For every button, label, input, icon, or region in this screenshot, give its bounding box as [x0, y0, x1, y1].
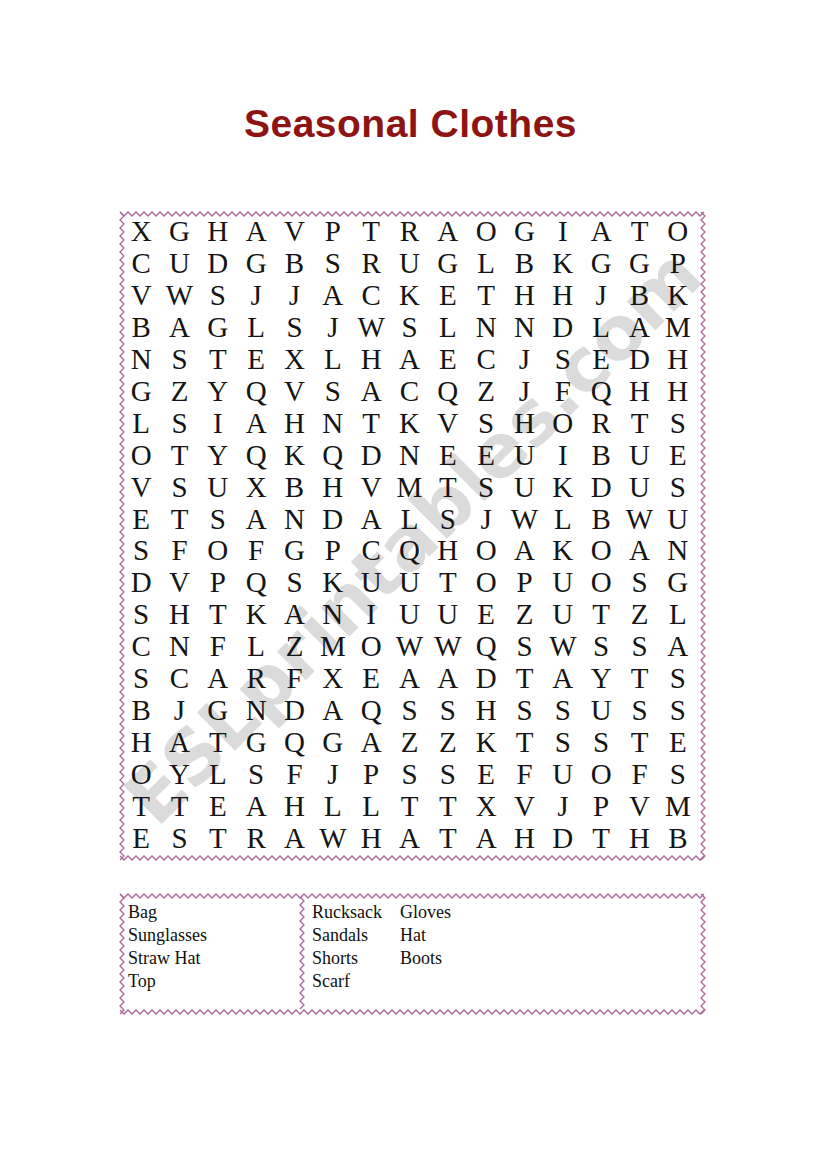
grid-cell[interactable]: B: [582, 439, 620, 471]
grid-cell[interactable]: B: [122, 694, 160, 726]
grid-cell[interactable]: K: [314, 567, 352, 599]
grid-cell[interactable]: J: [467, 503, 505, 535]
grid-cell[interactable]: T: [160, 790, 198, 822]
grid-cell[interactable]: J: [314, 758, 352, 790]
grid-cell[interactable]: M: [314, 631, 352, 663]
grid-cell[interactable]: G: [199, 312, 237, 344]
grid-cell[interactable]: J: [160, 694, 198, 726]
grid-cell[interactable]: S: [199, 503, 237, 535]
grid-cell[interactable]: S: [659, 471, 697, 503]
grid-cell[interactable]: A: [582, 216, 620, 248]
grid-cell[interactable]: S: [429, 694, 467, 726]
grid-cell[interactable]: L: [390, 503, 428, 535]
grid-cell[interactable]: A: [429, 663, 467, 695]
grid-cell[interactable]: O: [352, 631, 390, 663]
grid-cell[interactable]: C: [352, 280, 390, 312]
grid-cell[interactable]: S: [275, 567, 313, 599]
grid-cell[interactable]: S: [582, 631, 620, 663]
grid-cell[interactable]: G: [620, 248, 658, 280]
grid-cell[interactable]: Q: [582, 375, 620, 407]
grid-cell[interactable]: S: [582, 726, 620, 758]
grid-cell[interactable]: R: [237, 663, 275, 695]
grid-cell[interactable]: H: [659, 375, 697, 407]
grid-cell[interactable]: S: [659, 694, 697, 726]
grid-cell[interactable]: S: [620, 631, 658, 663]
grid-cell[interactable]: A: [237, 503, 275, 535]
grid-cell[interactable]: A: [390, 344, 428, 376]
grid-cell[interactable]: M: [390, 471, 428, 503]
grid-cell[interactable]: P: [505, 567, 543, 599]
grid-cell[interactable]: L: [467, 248, 505, 280]
grid-cell[interactable]: V: [275, 216, 313, 248]
grid-cell[interactable]: O: [467, 567, 505, 599]
grid-cell[interactable]: S: [122, 663, 160, 695]
grid-cell[interactable]: Q: [314, 439, 352, 471]
grid-cell[interactable]: U: [390, 599, 428, 631]
grid-cell[interactable]: G: [429, 248, 467, 280]
grid-cell[interactable]: G: [237, 248, 275, 280]
grid-cell[interactable]: U: [620, 471, 658, 503]
grid-cell[interactable]: N: [467, 312, 505, 344]
grid-cell[interactable]: Y: [582, 663, 620, 695]
grid-cell[interactable]: H: [544, 280, 582, 312]
grid-cell[interactable]: H: [429, 535, 467, 567]
grid-cell[interactable]: A: [314, 280, 352, 312]
grid-cell[interactable]: S: [390, 312, 428, 344]
grid-cell[interactable]: F: [505, 758, 543, 790]
grid-cell[interactable]: U: [505, 439, 543, 471]
grid-cell[interactable]: S: [122, 535, 160, 567]
grid-cell[interactable]: H: [505, 822, 543, 854]
grid-cell[interactable]: I: [544, 216, 582, 248]
grid-cell[interactable]: Z: [429, 726, 467, 758]
grid-cell[interactable]: H: [620, 822, 658, 854]
grid-cell[interactable]: Z: [505, 599, 543, 631]
grid-cell[interactable]: Y: [199, 439, 237, 471]
grid-cell[interactable]: U: [659, 503, 697, 535]
grid-cell[interactable]: A: [275, 822, 313, 854]
grid-cell[interactable]: H: [122, 726, 160, 758]
grid-cell[interactable]: A: [237, 407, 275, 439]
grid-cell[interactable]: E: [429, 439, 467, 471]
grid-cell[interactable]: V: [122, 471, 160, 503]
grid-cell[interactable]: W: [429, 631, 467, 663]
grid-cell[interactable]: U: [544, 758, 582, 790]
grid-cell[interactable]: W: [390, 631, 428, 663]
grid-cell[interactable]: T: [160, 503, 198, 535]
grid-cell[interactable]: K: [467, 726, 505, 758]
grid-cell[interactable]: D: [620, 344, 658, 376]
grid-cell[interactable]: O: [582, 758, 620, 790]
grid-cell[interactable]: N: [505, 312, 543, 344]
grid-cell[interactable]: T: [199, 822, 237, 854]
grid-cell[interactable]: T: [620, 407, 658, 439]
grid-cell[interactable]: A: [237, 216, 275, 248]
grid-cell[interactable]: U: [390, 567, 428, 599]
grid-cell[interactable]: F: [275, 663, 313, 695]
grid-cell[interactable]: H: [352, 344, 390, 376]
grid-cell[interactable]: E: [237, 344, 275, 376]
grid-cell[interactable]: R: [352, 248, 390, 280]
grid-cell[interactable]: O: [544, 407, 582, 439]
grid-cell[interactable]: W: [620, 503, 658, 535]
grid-cell[interactable]: H: [275, 790, 313, 822]
grid-cell[interactable]: E: [122, 822, 160, 854]
grid-cell[interactable]: B: [122, 312, 160, 344]
grid-cell[interactable]: E: [467, 599, 505, 631]
grid-cell[interactable]: A: [429, 216, 467, 248]
grid-cell[interactable]: O: [467, 216, 505, 248]
grid-cell[interactable]: S: [659, 758, 697, 790]
grid-cell[interactable]: S: [467, 407, 505, 439]
grid-cell[interactable]: Z: [275, 631, 313, 663]
grid-cell[interactable]: V: [352, 471, 390, 503]
grid-cell[interactable]: O: [582, 535, 620, 567]
grid-cell[interactable]: K: [390, 407, 428, 439]
grid-cell[interactable]: G: [505, 216, 543, 248]
grid-cell[interactable]: A: [352, 726, 390, 758]
grid-cell[interactable]: P: [314, 216, 352, 248]
grid-cell[interactable]: N: [659, 535, 697, 567]
grid-cell[interactable]: T: [505, 726, 543, 758]
grid-cell[interactable]: A: [390, 663, 428, 695]
grid-cell[interactable]: S: [160, 822, 198, 854]
grid-cell[interactable]: S: [544, 344, 582, 376]
grid-cell[interactable]: Q: [429, 375, 467, 407]
grid-cell[interactable]: N: [122, 344, 160, 376]
grid-cell[interactable]: T: [390, 790, 428, 822]
grid-cell[interactable]: A: [467, 822, 505, 854]
grid-cell[interactable]: L: [314, 790, 352, 822]
grid-cell[interactable]: L: [199, 758, 237, 790]
grid-cell[interactable]: Q: [237, 439, 275, 471]
grid-cell[interactable]: Z: [467, 375, 505, 407]
grid-cell[interactable]: C: [390, 375, 428, 407]
grid-cell[interactable]: L: [352, 790, 390, 822]
grid-cell[interactable]: T: [467, 280, 505, 312]
grid-cell[interactable]: K: [544, 248, 582, 280]
grid-cell[interactable]: V: [275, 375, 313, 407]
grid-cell[interactable]: W: [505, 503, 543, 535]
grid-cell[interactable]: A: [505, 535, 543, 567]
grid-cell[interactable]: T: [199, 599, 237, 631]
grid-cell[interactable]: R: [582, 407, 620, 439]
grid-cell[interactable]: N: [160, 631, 198, 663]
grid-cell[interactable]: D: [314, 503, 352, 535]
grid-cell[interactable]: D: [122, 567, 160, 599]
grid-cell[interactable]: K: [659, 280, 697, 312]
grid-cell[interactable]: B: [582, 503, 620, 535]
grid-cell[interactable]: Y: [160, 758, 198, 790]
grid-cell[interactable]: E: [429, 344, 467, 376]
grid-cell[interactable]: O: [122, 758, 160, 790]
grid-cell[interactable]: E: [659, 726, 697, 758]
grid-cell[interactable]: I: [352, 599, 390, 631]
grid-cell[interactable]: J: [505, 375, 543, 407]
grid-cell[interactable]: S: [429, 758, 467, 790]
grid-cell[interactable]: T: [429, 567, 467, 599]
grid-cell[interactable]: T: [582, 822, 620, 854]
grid-cell[interactable]: S: [390, 758, 428, 790]
grid-cell[interactable]: J: [505, 344, 543, 376]
grid-cell[interactable]: F: [275, 758, 313, 790]
grid-cell[interactable]: G: [582, 248, 620, 280]
grid-cell[interactable]: H: [659, 344, 697, 376]
grid-cell[interactable]: N: [390, 439, 428, 471]
grid-cell[interactable]: E: [352, 663, 390, 695]
grid-cell[interactable]: F: [160, 535, 198, 567]
grid-cell[interactable]: X: [237, 471, 275, 503]
grid-cell[interactable]: F: [620, 758, 658, 790]
grid-cell[interactable]: T: [620, 663, 658, 695]
grid-cell[interactable]: F: [544, 375, 582, 407]
grid-cell[interactable]: M: [659, 312, 697, 344]
grid-cell[interactable]: T: [620, 726, 658, 758]
grid-cell[interactable]: J: [314, 312, 352, 344]
grid-cell[interactable]: T: [199, 344, 237, 376]
grid-cell[interactable]: K: [390, 280, 428, 312]
grid-cell[interactable]: A: [314, 694, 352, 726]
grid-cell[interactable]: S: [160, 344, 198, 376]
grid-cell[interactable]: A: [160, 312, 198, 344]
grid-cell[interactable]: G: [314, 726, 352, 758]
grid-cell[interactable]: U: [544, 567, 582, 599]
grid-cell[interactable]: A: [275, 599, 313, 631]
grid-cell[interactable]: X: [314, 663, 352, 695]
grid-cell[interactable]: Z: [160, 375, 198, 407]
grid-cell[interactable]: L: [544, 503, 582, 535]
grid-cell[interactable]: N: [314, 407, 352, 439]
grid-cell[interactable]: E: [467, 758, 505, 790]
grid-cell[interactable]: K: [544, 471, 582, 503]
grid-cell[interactable]: V: [505, 790, 543, 822]
grid-cell[interactable]: F: [199, 631, 237, 663]
grid-cell[interactable]: S: [160, 407, 198, 439]
grid-cell[interactable]: W: [160, 280, 198, 312]
grid-cell[interactable]: K: [544, 535, 582, 567]
grid-cell[interactable]: U: [429, 599, 467, 631]
grid-cell[interactable]: G: [122, 375, 160, 407]
grid-cell[interactable]: G: [160, 216, 198, 248]
grid-cell[interactable]: S: [620, 694, 658, 726]
grid-cell[interactable]: A: [352, 503, 390, 535]
grid-cell[interactable]: P: [659, 248, 697, 280]
grid-cell[interactable]: F: [237, 535, 275, 567]
grid-cell[interactable]: S: [390, 694, 428, 726]
grid-cell[interactable]: U: [352, 567, 390, 599]
grid-cell[interactable]: A: [659, 631, 697, 663]
grid-cell[interactable]: D: [544, 822, 582, 854]
grid-cell[interactable]: E: [199, 790, 237, 822]
grid-cell[interactable]: C: [467, 344, 505, 376]
grid-cell[interactable]: G: [659, 567, 697, 599]
grid-cell[interactable]: G: [237, 726, 275, 758]
grid-cell[interactable]: D: [582, 471, 620, 503]
grid-cell[interactable]: D: [275, 694, 313, 726]
grid-cell[interactable]: U: [199, 471, 237, 503]
grid-cell[interactable]: T: [352, 216, 390, 248]
grid-cell[interactable]: Q: [390, 535, 428, 567]
grid-cell[interactable]: J: [582, 280, 620, 312]
grid-cell[interactable]: B: [505, 248, 543, 280]
grid-cell[interactable]: P: [352, 758, 390, 790]
grid-cell[interactable]: B: [275, 471, 313, 503]
grid-cell[interactable]: O: [582, 567, 620, 599]
grid-cell[interactable]: A: [620, 312, 658, 344]
grid-cell[interactable]: C: [160, 663, 198, 695]
grid-cell[interactable]: E: [429, 280, 467, 312]
grid-cell[interactable]: V: [429, 407, 467, 439]
grid-cell[interactable]: V: [122, 280, 160, 312]
grid-cell[interactable]: D: [199, 248, 237, 280]
grid-cell[interactable]: T: [505, 663, 543, 695]
grid-cell[interactable]: G: [199, 694, 237, 726]
grid-cell[interactable]: O: [199, 535, 237, 567]
grid-cell[interactable]: T: [582, 599, 620, 631]
grid-cell[interactable]: H: [620, 375, 658, 407]
grid-cell[interactable]: C: [352, 535, 390, 567]
grid-cell[interactable]: L: [429, 312, 467, 344]
grid-cell[interactable]: A: [390, 822, 428, 854]
grid-cell[interactable]: Q: [467, 631, 505, 663]
grid-cell[interactable]: S: [659, 663, 697, 695]
grid-cell[interactable]: D: [352, 439, 390, 471]
grid-cell[interactable]: L: [582, 312, 620, 344]
grid-cell[interactable]: H: [467, 694, 505, 726]
grid-cell[interactable]: J: [544, 790, 582, 822]
grid-cell[interactable]: T: [429, 471, 467, 503]
grid-cell[interactable]: U: [544, 599, 582, 631]
grid-cell[interactable]: Q: [275, 726, 313, 758]
grid-cell[interactable]: U: [390, 248, 428, 280]
grid-cell[interactable]: H: [505, 407, 543, 439]
grid-cell[interactable]: H: [505, 280, 543, 312]
grid-cell[interactable]: H: [199, 216, 237, 248]
grid-cell[interactable]: H: [352, 822, 390, 854]
grid-cell[interactable]: E: [122, 503, 160, 535]
grid-cell[interactable]: S: [659, 407, 697, 439]
grid-cell[interactable]: S: [275, 312, 313, 344]
grid-cell[interactable]: I: [544, 439, 582, 471]
grid-cell[interactable]: A: [544, 663, 582, 695]
grid-cell[interactable]: H: [314, 471, 352, 503]
grid-cell[interactable]: C: [122, 248, 160, 280]
grid-cell[interactable]: Z: [390, 726, 428, 758]
grid-cell[interactable]: P: [314, 535, 352, 567]
grid-cell[interactable]: S: [467, 471, 505, 503]
grid-cell[interactable]: U: [160, 248, 198, 280]
grid-cell[interactable]: L: [314, 344, 352, 376]
grid-cell[interactable]: A: [352, 375, 390, 407]
grid-cell[interactable]: S: [237, 758, 275, 790]
grid-cell[interactable]: U: [582, 694, 620, 726]
grid-cell[interactable]: Y: [199, 375, 237, 407]
grid-cell[interactable]: A: [620, 535, 658, 567]
grid-cell[interactable]: E: [659, 439, 697, 471]
grid-cell[interactable]: S: [544, 726, 582, 758]
grid-cell[interactable]: W: [352, 312, 390, 344]
grid-cell[interactable]: O: [122, 439, 160, 471]
grid-cell[interactable]: X: [275, 344, 313, 376]
grid-cell[interactable]: T: [429, 790, 467, 822]
grid-cell[interactable]: S: [122, 599, 160, 631]
grid-cell[interactable]: X: [122, 216, 160, 248]
grid-cell[interactable]: B: [659, 822, 697, 854]
grid-cell[interactable]: V: [620, 790, 658, 822]
grid-cell[interactable]: J: [275, 280, 313, 312]
grid-cell[interactable]: A: [199, 663, 237, 695]
grid-cell[interactable]: P: [199, 567, 237, 599]
grid-cell[interactable]: I: [199, 407, 237, 439]
grid-cell[interactable]: R: [390, 216, 428, 248]
grid-cell[interactable]: R: [237, 822, 275, 854]
grid-cell[interactable]: W: [314, 822, 352, 854]
grid-cell[interactable]: T: [160, 439, 198, 471]
grid-cell[interactable]: K: [237, 599, 275, 631]
grid-cell[interactable]: N: [314, 599, 352, 631]
grid-cell[interactable]: S: [429, 503, 467, 535]
grid-cell[interactable]: C: [122, 631, 160, 663]
grid-cell[interactable]: Q: [352, 694, 390, 726]
grid-cell[interactable]: S: [505, 631, 543, 663]
grid-cell[interactable]: O: [659, 216, 697, 248]
grid-cell[interactable]: N: [275, 503, 313, 535]
grid-cell[interactable]: T: [199, 726, 237, 758]
grid-cell[interactable]: S: [314, 375, 352, 407]
grid-cell[interactable]: A: [237, 790, 275, 822]
grid-cell[interactable]: D: [544, 312, 582, 344]
grid-cell[interactable]: J: [237, 280, 275, 312]
grid-cell[interactable]: V: [160, 567, 198, 599]
grid-cell[interactable]: H: [275, 407, 313, 439]
grid-cell[interactable]: U: [505, 471, 543, 503]
grid-cell[interactable]: L: [237, 312, 275, 344]
grid-cell[interactable]: L: [237, 631, 275, 663]
grid-cell[interactable]: O: [467, 535, 505, 567]
grid-cell[interactable]: G: [275, 535, 313, 567]
grid-cell[interactable]: S: [160, 471, 198, 503]
grid-cell[interactable]: K: [275, 439, 313, 471]
grid-cell[interactable]: E: [582, 344, 620, 376]
grid-cell[interactable]: T: [122, 790, 160, 822]
grid-cell[interactable]: S: [314, 248, 352, 280]
grid-cell[interactable]: M: [659, 790, 697, 822]
grid-cell[interactable]: B: [620, 280, 658, 312]
grid-cell[interactable]: P: [582, 790, 620, 822]
grid-cell[interactable]: L: [122, 407, 160, 439]
grid-cell[interactable]: T: [352, 407, 390, 439]
grid-cell[interactable]: D: [467, 663, 505, 695]
grid-cell[interactable]: H: [160, 599, 198, 631]
grid-cell[interactable]: Q: [237, 567, 275, 599]
grid-cell[interactable]: E: [467, 439, 505, 471]
grid-cell[interactable]: W: [544, 631, 582, 663]
grid-cell[interactable]: T: [620, 216, 658, 248]
grid-cell[interactable]: Z: [620, 599, 658, 631]
grid-cell[interactable]: Q: [237, 375, 275, 407]
grid-cell[interactable]: S: [505, 694, 543, 726]
grid-cell[interactable]: S: [544, 694, 582, 726]
grid-cell[interactable]: T: [429, 822, 467, 854]
grid-cell[interactable]: B: [275, 248, 313, 280]
grid-cell[interactable]: N: [237, 694, 275, 726]
grid-cell[interactable]: A: [160, 726, 198, 758]
grid-cell[interactable]: S: [199, 280, 237, 312]
grid-cell[interactable]: S: [620, 567, 658, 599]
grid-cell[interactable]: U: [620, 439, 658, 471]
grid-cell[interactable]: X: [467, 790, 505, 822]
grid-cell[interactable]: L: [659, 599, 697, 631]
